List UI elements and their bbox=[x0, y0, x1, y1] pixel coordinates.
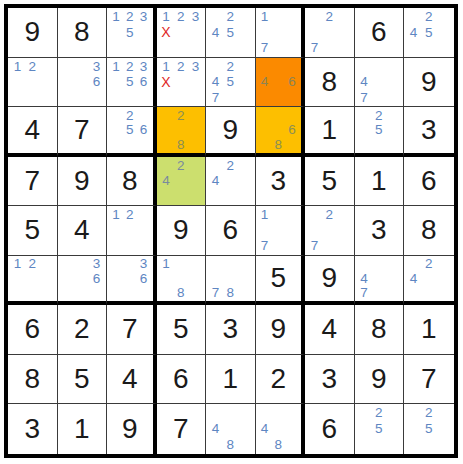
empty-candidate-slot bbox=[258, 437, 272, 453]
cell-r8c5[interactable]: 1 bbox=[206, 355, 256, 405]
candidate-2: 2 bbox=[123, 9, 137, 25]
candidate-7: 7 bbox=[258, 40, 272, 56]
cell-r5c3[interactable]: 12 bbox=[107, 206, 157, 256]
cell-r3c1[interactable]: 4 bbox=[8, 107, 58, 157]
empty-candidate-slot bbox=[137, 223, 151, 239]
candidate-4: 4 bbox=[357, 271, 372, 286]
candidate-grid: 27 bbox=[307, 9, 352, 56]
cell-value: 1 bbox=[74, 415, 90, 443]
candidate-grid: 12 bbox=[10, 59, 55, 106]
empty-candidate-slot bbox=[285, 207, 299, 223]
candidate-6: 6 bbox=[285, 123, 299, 138]
empty-candidate-slot bbox=[223, 421, 238, 437]
empty-candidate-slot bbox=[386, 257, 401, 272]
cell-r6c2[interactable]: 36 bbox=[58, 256, 108, 306]
candidate-grid: 256 bbox=[109, 108, 151, 152]
cell-r7c4[interactable]: 5 bbox=[157, 305, 207, 355]
cell-r1c3[interactable]: 1235 bbox=[107, 8, 157, 58]
empty-candidate-slot bbox=[337, 207, 352, 223]
cell-value: 3 bbox=[222, 315, 238, 343]
cell-value: 2 bbox=[270, 365, 286, 393]
cell-r2c5[interactable]: 2457 bbox=[206, 58, 256, 108]
candidate-1: 1 bbox=[159, 59, 174, 75]
empty-candidate-slot bbox=[386, 421, 401, 437]
cell-value: 9 bbox=[270, 315, 286, 343]
cell-r3c6[interactable]: 68 bbox=[256, 107, 306, 157]
candidate-1: 1 bbox=[258, 207, 272, 223]
empty-candidate-slot bbox=[188, 286, 203, 301]
empty-candidate-slot bbox=[371, 59, 386, 75]
empty-candidate-slot bbox=[258, 405, 272, 421]
candidate-2: 2 bbox=[421, 9, 436, 25]
candidate-2: 2 bbox=[223, 59, 238, 75]
candidate-grid: 24 bbox=[159, 158, 204, 205]
cell-value: 9 bbox=[421, 68, 437, 96]
empty-candidate-slot bbox=[337, 223, 352, 239]
empty-candidate-slot bbox=[357, 123, 372, 138]
empty-candidate-slot bbox=[137, 137, 151, 152]
empty-candidate-slot bbox=[271, 421, 285, 437]
candidate-1: 1 bbox=[258, 9, 272, 25]
candidate-grid: 78 bbox=[208, 257, 253, 301]
candidate-8: 8 bbox=[271, 437, 285, 453]
candidate-4: 4 bbox=[258, 74, 272, 90]
cell-r9c1[interactable]: 3 bbox=[8, 404, 58, 454]
empty-candidate-slot bbox=[188, 123, 203, 138]
empty-candidate-slot bbox=[223, 271, 238, 286]
candidate-1: 1 bbox=[10, 257, 25, 272]
cell-value: 4 bbox=[74, 216, 90, 244]
cell-value: 9 bbox=[24, 18, 40, 46]
empty-candidate-slot bbox=[188, 158, 203, 174]
empty-candidate-slot bbox=[285, 405, 299, 421]
cell-r6c4[interactable]: 18 bbox=[157, 256, 207, 306]
cell-value: 3 bbox=[371, 216, 387, 244]
cell-r5c7[interactable]: 27 bbox=[305, 206, 355, 256]
candidate-6: 6 bbox=[89, 271, 104, 286]
cell-value: 6 bbox=[321, 415, 337, 443]
empty-candidate-slot bbox=[436, 405, 451, 421]
cell-r7c6[interactable]: 9 bbox=[256, 305, 306, 355]
candidate-6: 6 bbox=[89, 74, 104, 90]
candidate-grid: 47 bbox=[357, 59, 402, 106]
cell-r1c6[interactable]: 17 bbox=[256, 8, 306, 58]
cell-r3c9[interactable]: 3 bbox=[404, 107, 454, 157]
cell-r1c8[interactable]: 6 bbox=[355, 8, 405, 58]
empty-candidate-slot bbox=[271, 59, 285, 75]
empty-candidate-slot bbox=[173, 257, 188, 272]
empty-candidate-slot bbox=[238, 9, 253, 25]
empty-candidate-slot bbox=[74, 90, 89, 106]
cell-value: 5 bbox=[270, 264, 286, 292]
cell-value: 8 bbox=[74, 18, 90, 46]
cell-r2c9[interactable]: 9 bbox=[404, 58, 454, 108]
cell-r6c9[interactable]: 24 bbox=[404, 256, 454, 306]
empty-candidate-slot bbox=[271, 9, 285, 25]
cell-r9c2[interactable]: 1 bbox=[58, 404, 108, 454]
cell-r4c8[interactable]: 1 bbox=[355, 157, 405, 207]
empty-candidate-slot bbox=[386, 108, 401, 123]
empty-candidate-slot bbox=[188, 173, 203, 189]
candidate-4: 4 bbox=[208, 421, 223, 437]
candidate-2: 2 bbox=[223, 158, 238, 174]
cell-value: 6 bbox=[371, 18, 387, 46]
cell-value: 9 bbox=[321, 264, 337, 292]
cell-r5c1[interactable]: 5 bbox=[8, 206, 58, 256]
empty-candidate-slot bbox=[285, 437, 299, 453]
cell-r5c2[interactable]: 4 bbox=[58, 206, 108, 256]
empty-candidate-slot bbox=[10, 74, 25, 90]
empty-candidate-slot bbox=[60, 59, 75, 75]
empty-candidate-slot bbox=[238, 40, 253, 56]
cell-r2c6[interactable]: 46 bbox=[256, 58, 306, 108]
candidate-3: 3 bbox=[137, 257, 151, 272]
empty-candidate-slot bbox=[386, 123, 401, 138]
empty-candidate-slot bbox=[371, 90, 386, 106]
empty-candidate-slot bbox=[258, 137, 272, 152]
empty-candidate-slot bbox=[386, 405, 401, 421]
cell-r8c1[interactable]: 8 bbox=[8, 355, 58, 405]
cell-r3c2[interactable]: 7 bbox=[58, 107, 108, 157]
empty-candidate-slot bbox=[109, 271, 123, 286]
empty-candidate-slot bbox=[386, 59, 401, 75]
cell-r8c9[interactable]: 7 bbox=[404, 355, 454, 405]
candidate-2: 2 bbox=[173, 158, 188, 174]
cell-r5c4[interactable]: 9 bbox=[157, 206, 207, 256]
empty-candidate-slot bbox=[238, 421, 253, 437]
cell-r2c4[interactable]: 123X bbox=[157, 58, 207, 108]
cell-r4c7[interactable]: 5 bbox=[305, 157, 355, 207]
empty-candidate-slot bbox=[208, 9, 223, 25]
cell-value: 8 bbox=[122, 167, 138, 195]
cell-r6c3[interactable]: 36 bbox=[107, 256, 157, 306]
cell-r3c8[interactable]: 25 bbox=[355, 107, 405, 157]
empty-candidate-slot bbox=[322, 25, 337, 41]
empty-candidate-slot bbox=[173, 90, 188, 106]
candidate-grid: 24 bbox=[208, 158, 253, 205]
empty-candidate-slot bbox=[271, 123, 285, 138]
empty-candidate-slot bbox=[337, 238, 352, 254]
cell-r1c2[interactable]: 8 bbox=[58, 8, 108, 58]
eliminated-candidate-x: X bbox=[159, 25, 174, 41]
empty-candidate-slot bbox=[109, 223, 123, 239]
empty-candidate-slot bbox=[436, 40, 451, 56]
empty-candidate-slot bbox=[74, 59, 89, 75]
cell-r4c4[interactable]: 24 bbox=[157, 157, 207, 207]
candidate-grid: 68 bbox=[258, 108, 300, 152]
empty-candidate-slot bbox=[337, 25, 352, 41]
empty-candidate-slot bbox=[258, 25, 272, 41]
empty-candidate-slot bbox=[159, 137, 174, 152]
cell-r4c2[interactable]: 9 bbox=[58, 157, 108, 207]
cell-r7c2[interactable]: 2 bbox=[58, 305, 108, 355]
candidate-grid: 25 bbox=[357, 405, 402, 453]
empty-candidate-slot bbox=[406, 286, 421, 301]
candidate-4: 4 bbox=[159, 173, 174, 189]
empty-candidate-slot bbox=[285, 9, 299, 25]
empty-candidate-slot bbox=[436, 257, 451, 272]
empty-candidate-slot bbox=[173, 173, 188, 189]
candidate-2: 2 bbox=[223, 9, 238, 25]
cell-r4c3[interactable]: 8 bbox=[107, 157, 157, 207]
cell-r9c6[interactable]: 48 bbox=[256, 404, 306, 454]
cell-r5c5[interactable]: 6 bbox=[206, 206, 256, 256]
empty-candidate-slot bbox=[285, 90, 299, 106]
empty-candidate-slot bbox=[271, 207, 285, 223]
candidate-grid: 28 bbox=[159, 108, 204, 152]
empty-candidate-slot bbox=[188, 108, 203, 123]
empty-candidate-slot bbox=[436, 437, 451, 453]
empty-candidate-slot bbox=[271, 238, 285, 254]
empty-candidate-slot bbox=[386, 286, 401, 301]
cell-r2c3[interactable]: 12356 bbox=[107, 58, 157, 108]
empty-candidate-slot bbox=[238, 173, 253, 189]
empty-candidate-slot bbox=[357, 108, 372, 123]
empty-candidate-slot bbox=[238, 74, 253, 90]
empty-candidate-slot bbox=[371, 137, 386, 152]
cell-r4c1[interactable]: 7 bbox=[8, 157, 58, 207]
candidate-grid: 46 bbox=[258, 59, 300, 106]
empty-candidate-slot bbox=[386, 90, 401, 106]
empty-candidate-slot bbox=[89, 90, 104, 106]
empty-candidate-slot bbox=[60, 90, 75, 106]
empty-candidate-slot bbox=[285, 108, 299, 123]
candidate-6: 6 bbox=[137, 74, 151, 90]
empty-candidate-slot bbox=[238, 405, 253, 421]
empty-candidate-slot bbox=[337, 40, 352, 56]
empty-candidate-slot bbox=[74, 286, 89, 301]
empty-candidate-slot bbox=[109, 108, 123, 123]
empty-candidate-slot bbox=[60, 271, 75, 286]
empty-candidate-slot bbox=[40, 271, 55, 286]
empty-candidate-slot bbox=[357, 405, 372, 421]
candidate-grid: 24 bbox=[406, 257, 452, 301]
empty-candidate-slot bbox=[322, 238, 337, 254]
cell-r7c3[interactable]: 7 bbox=[107, 305, 157, 355]
empty-candidate-slot bbox=[173, 189, 188, 205]
cell-value: 8 bbox=[371, 315, 387, 343]
cell-r1c9[interactable]: 245 bbox=[404, 8, 454, 58]
empty-candidate-slot bbox=[285, 25, 299, 41]
cell-r8c7[interactable]: 3 bbox=[305, 355, 355, 405]
cell-r1c4[interactable]: 123X bbox=[157, 8, 207, 58]
cell-value: 7 bbox=[173, 415, 189, 443]
candidate-grid: 36 bbox=[109, 257, 151, 301]
cell-r7c7[interactable]: 4 bbox=[305, 305, 355, 355]
cell-r3c3[interactable]: 256 bbox=[107, 107, 157, 157]
cell-value: 8 bbox=[421, 216, 437, 244]
cell-r9c3[interactable]: 9 bbox=[107, 404, 157, 454]
cell-value: 9 bbox=[122, 415, 138, 443]
empty-candidate-slot bbox=[307, 25, 322, 41]
candidate-3: 3 bbox=[188, 9, 203, 25]
cell-r1c7[interactable]: 27 bbox=[305, 8, 355, 58]
empty-candidate-slot bbox=[258, 59, 272, 75]
empty-candidate-slot bbox=[285, 40, 299, 56]
empty-candidate-slot bbox=[109, 257, 123, 272]
empty-candidate-slot bbox=[238, 257, 253, 272]
cell-r2c2[interactable]: 36 bbox=[58, 58, 108, 108]
cell-r8c6[interactable]: 2 bbox=[256, 355, 306, 405]
empty-candidate-slot bbox=[159, 108, 174, 123]
empty-candidate-slot bbox=[436, 286, 451, 301]
candidate-grid: 36 bbox=[60, 59, 105, 106]
cell-r4c5[interactable]: 24 bbox=[206, 157, 256, 207]
cell-r5c9[interactable]: 8 bbox=[404, 206, 454, 256]
empty-candidate-slot bbox=[357, 59, 372, 75]
cell-r8c4[interactable]: 6 bbox=[157, 355, 207, 405]
empty-candidate-slot bbox=[40, 59, 55, 75]
cell-r6c7[interactable]: 9 bbox=[305, 256, 355, 306]
empty-candidate-slot bbox=[406, 9, 421, 25]
empty-candidate-slot bbox=[159, 90, 174, 106]
empty-candidate-slot bbox=[60, 286, 75, 301]
candidate-grid: 48 bbox=[208, 405, 253, 453]
empty-candidate-slot bbox=[173, 271, 188, 286]
candidate-2: 2 bbox=[371, 405, 386, 421]
empty-candidate-slot bbox=[137, 108, 151, 123]
cell-r9c9[interactable]: 25 bbox=[404, 404, 454, 454]
empty-candidate-slot bbox=[285, 238, 299, 254]
candidate-grid: 47 bbox=[357, 257, 402, 301]
empty-candidate-slot bbox=[159, 158, 174, 174]
page-background: 981235123X24517276245123612356123X245746… bbox=[0, 0, 462, 462]
empty-candidate-slot bbox=[89, 286, 104, 301]
candidate-2: 2 bbox=[173, 9, 188, 25]
empty-candidate-slot bbox=[109, 286, 123, 301]
cell-r4c6[interactable]: 3 bbox=[256, 157, 306, 207]
candidate-grid: 25 bbox=[406, 405, 452, 453]
cell-r2c8[interactable]: 47 bbox=[355, 58, 405, 108]
cell-r5c6[interactable]: 17 bbox=[256, 206, 306, 256]
empty-candidate-slot bbox=[421, 286, 436, 301]
cell-r1c5[interactable]: 245 bbox=[206, 8, 256, 58]
empty-candidate-slot bbox=[60, 257, 75, 272]
empty-candidate-slot bbox=[137, 207, 151, 223]
empty-candidate-slot bbox=[271, 74, 285, 90]
empty-candidate-slot bbox=[123, 257, 137, 272]
candidate-6: 6 bbox=[285, 74, 299, 90]
empty-candidate-slot bbox=[271, 90, 285, 106]
cell-r4c9[interactable]: 6 bbox=[404, 157, 454, 207]
empty-candidate-slot bbox=[123, 238, 137, 254]
cell-value: 5 bbox=[321, 167, 337, 195]
empty-candidate-slot bbox=[10, 90, 25, 106]
candidate-5: 5 bbox=[223, 74, 238, 90]
empty-candidate-slot bbox=[322, 40, 337, 56]
empty-candidate-slot bbox=[188, 137, 203, 152]
empty-candidate-slot bbox=[208, 437, 223, 453]
empty-candidate-slot bbox=[109, 123, 123, 138]
cell-r6c8[interactable]: 47 bbox=[355, 256, 405, 306]
cell-r9c4[interactable]: 7 bbox=[157, 404, 207, 454]
empty-candidate-slot bbox=[421, 271, 436, 286]
empty-candidate-slot bbox=[271, 25, 285, 41]
cell-r7c1[interactable]: 6 bbox=[8, 305, 58, 355]
cell-r2c7[interactable]: 8 bbox=[305, 58, 355, 108]
empty-candidate-slot bbox=[188, 189, 203, 205]
candidate-grid: 12356 bbox=[109, 59, 151, 106]
empty-candidate-slot bbox=[386, 74, 401, 90]
empty-candidate-slot bbox=[159, 40, 174, 56]
cell-r8c2[interactable]: 5 bbox=[58, 355, 108, 405]
cell-r1c1[interactable]: 9 bbox=[8, 8, 58, 58]
empty-candidate-slot bbox=[223, 257, 238, 272]
candidate-3: 3 bbox=[137, 59, 151, 75]
candidate-1: 1 bbox=[159, 9, 174, 25]
empty-candidate-slot bbox=[307, 223, 322, 239]
cell-r5c8[interactable]: 3 bbox=[355, 206, 405, 256]
cell-r7c8[interactable]: 8 bbox=[355, 305, 405, 355]
candidate-grid: 245 bbox=[208, 9, 253, 56]
cell-r6c6[interactable]: 5 bbox=[256, 256, 306, 306]
candidate-3: 3 bbox=[188, 59, 203, 75]
cell-value: 7 bbox=[74, 116, 90, 144]
empty-candidate-slot bbox=[258, 108, 272, 123]
empty-candidate-slot bbox=[123, 90, 137, 106]
cell-value: 3 bbox=[270, 167, 286, 195]
cell-r8c3[interactable]: 4 bbox=[107, 355, 157, 405]
empty-candidate-slot bbox=[25, 90, 40, 106]
cell-value: 5 bbox=[24, 216, 40, 244]
empty-candidate-slot bbox=[406, 421, 421, 437]
empty-candidate-slot bbox=[436, 421, 451, 437]
candidate-5: 5 bbox=[421, 25, 436, 41]
empty-candidate-slot bbox=[223, 173, 238, 189]
empty-candidate-slot bbox=[137, 40, 151, 56]
cell-r8c8[interactable]: 9 bbox=[355, 355, 405, 405]
cell-value: 4 bbox=[122, 365, 138, 393]
cell-value: 6 bbox=[173, 365, 189, 393]
cell-r3c5[interactable]: 9 bbox=[206, 107, 256, 157]
cell-value: 7 bbox=[122, 315, 138, 343]
cell-r7c5[interactable]: 3 bbox=[206, 305, 256, 355]
empty-candidate-slot bbox=[10, 286, 25, 301]
empty-candidate-slot bbox=[123, 286, 137, 301]
empty-candidate-slot bbox=[173, 123, 188, 138]
cell-r9c7[interactable]: 6 bbox=[305, 404, 355, 454]
empty-candidate-slot bbox=[421, 40, 436, 56]
cell-value: 6 bbox=[222, 216, 238, 244]
empty-candidate-slot bbox=[285, 137, 299, 152]
candidate-grid: 25 bbox=[357, 108, 402, 152]
empty-candidate-slot bbox=[386, 137, 401, 152]
candidate-5: 5 bbox=[421, 421, 436, 437]
cell-r3c7[interactable]: 1 bbox=[305, 107, 355, 157]
empty-candidate-slot bbox=[137, 90, 151, 106]
empty-candidate-slot bbox=[173, 40, 188, 56]
candidate-2: 2 bbox=[421, 405, 436, 421]
cell-r9c8[interactable]: 25 bbox=[355, 404, 405, 454]
empty-candidate-slot bbox=[40, 90, 55, 106]
candidate-5: 5 bbox=[371, 421, 386, 437]
cell-value: 6 bbox=[24, 315, 40, 343]
empty-candidate-slot bbox=[238, 25, 253, 41]
empty-candidate-slot bbox=[258, 90, 272, 106]
cell-r6c5[interactable]: 78 bbox=[206, 256, 256, 306]
cell-r2c1[interactable]: 12 bbox=[8, 58, 58, 108]
cell-r7c9[interactable]: 1 bbox=[404, 305, 454, 355]
empty-candidate-slot bbox=[337, 9, 352, 25]
cell-r9c5[interactable]: 48 bbox=[206, 404, 256, 454]
candidate-2: 2 bbox=[173, 59, 188, 75]
cell-r6c1[interactable]: 12 bbox=[8, 256, 58, 306]
empty-candidate-slot bbox=[10, 271, 25, 286]
candidate-2: 2 bbox=[371, 108, 386, 123]
empty-candidate-slot bbox=[307, 9, 322, 25]
cell-value: 4 bbox=[24, 116, 40, 144]
cell-r3c4[interactable]: 28 bbox=[157, 107, 207, 157]
